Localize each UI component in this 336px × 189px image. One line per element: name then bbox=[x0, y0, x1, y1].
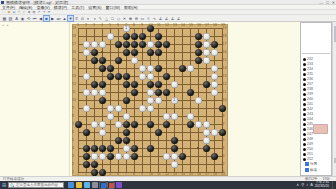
toolbar-button-7-icon[interactable]: ↶ bbox=[37, 10, 41, 14]
white-stone-7-12[interactable] bbox=[123, 113, 130, 120]
coord-left-17: 17 bbox=[72, 43, 76, 47]
black-stone-2-17[interactable] bbox=[83, 153, 90, 160]
move-tree-list: 2322332342352362372382392402412422432442… bbox=[303, 57, 331, 162]
black-stone-5-6[interactable] bbox=[107, 65, 114, 72]
black-stone-node-icon bbox=[303, 58, 306, 61]
white-stone-17-14[interactable] bbox=[203, 129, 210, 136]
black-stone-6-15[interactable] bbox=[115, 137, 122, 144]
coord-right-11: 11 bbox=[223, 91, 227, 95]
black-stone-10-8[interactable] bbox=[147, 81, 154, 88]
white-stone-17-13[interactable] bbox=[203, 121, 210, 128]
nav-button-27-icon[interactable]: ∠ bbox=[164, 16, 169, 21]
game-info-box bbox=[302, 24, 330, 54]
black-stone-node-icon bbox=[303, 73, 306, 76]
black-stone-1-13[interactable] bbox=[75, 121, 82, 128]
black-stone-10-4[interactable] bbox=[147, 49, 154, 56]
black-stone-2-14[interactable] bbox=[83, 129, 90, 136]
coord-right-17: 17 bbox=[223, 43, 227, 47]
coord-top-1: 1 bbox=[77, 24, 79, 28]
black-stone-8-16[interactable] bbox=[131, 145, 138, 152]
white-stone-17-5[interactable] bbox=[203, 57, 210, 64]
white-stone-10-9[interactable] bbox=[147, 89, 154, 96]
black-stone-3-16[interactable] bbox=[91, 145, 98, 152]
white-stone-18-9[interactable] bbox=[211, 89, 218, 96]
black-stone-7-3[interactable] bbox=[123, 41, 130, 48]
white-stone-16-13[interactable] bbox=[195, 121, 202, 128]
coord-right-18: 18 bbox=[223, 35, 227, 39]
white-stone-13-18[interactable] bbox=[171, 161, 178, 168]
black-stone-node-icon bbox=[303, 133, 306, 136]
nav-button-26-icon[interactable]: ∠ bbox=[158, 16, 163, 21]
black-stone-node-icon bbox=[303, 148, 306, 151]
taskbar-clock[interactable]: 下午 2:35 2023/5/20 bbox=[315, 181, 329, 188]
black-stone-2-18[interactable] bbox=[83, 161, 90, 168]
black-stone-6-5[interactable] bbox=[115, 57, 122, 64]
nav-button-2-icon[interactable]: A bbox=[14, 16, 19, 21]
go-application-window: 围棋棋谱管理 - [棋谱1.sgf - 对局谱] — □ ✕ 文件(F)编辑(E… bbox=[0, 0, 336, 189]
toolbar-button-9-icon[interactable]: ⟳ bbox=[47, 10, 51, 14]
taskbar-app-icon-3[interactable] bbox=[92, 182, 98, 188]
black-stone-3-5[interactable] bbox=[91, 57, 98, 64]
black-stone-17-8[interactable] bbox=[203, 81, 210, 88]
coord-left-4: 4 bbox=[72, 147, 74, 151]
white-stone-9-6[interactable] bbox=[139, 65, 146, 72]
black-stone-node-icon bbox=[303, 68, 306, 71]
menu-item-6[interactable]: 窗口(W) bbox=[106, 5, 120, 10]
coord-top-13: 13 bbox=[173, 24, 177, 28]
white-stone-11-10[interactable] bbox=[155, 97, 162, 104]
black-stone-8-8[interactable] bbox=[131, 81, 138, 88]
white-stone-4-17[interactable] bbox=[99, 153, 106, 160]
menu-item-2[interactable]: 查看(V) bbox=[36, 5, 49, 10]
white-stone-12-17[interactable] bbox=[163, 153, 170, 160]
black-stone-3-4[interactable] bbox=[91, 49, 98, 56]
black-stone-node-icon bbox=[303, 108, 306, 111]
white-stone-10-11[interactable] bbox=[147, 105, 154, 112]
white-stone-10-6[interactable] bbox=[147, 65, 154, 72]
left-info-panel: ◂ ▸ bbox=[0, 22, 70, 176]
white-stone-3-9[interactable] bbox=[91, 89, 98, 96]
nav-button-1-icon[interactable]: ▧ bbox=[8, 16, 13, 21]
nav-button-9-icon[interactable]: ⏭ bbox=[56, 16, 61, 21]
black-stone-8-4[interactable] bbox=[131, 49, 138, 56]
black-stone-node-icon bbox=[303, 113, 306, 116]
black-stone-15-9[interactable] bbox=[187, 89, 194, 96]
coord-right-7: 7 bbox=[223, 123, 225, 127]
coord-left-1: 1 bbox=[72, 171, 74, 175]
nav-button-20-icon[interactable]: ✕ bbox=[122, 16, 127, 21]
coord-top-5: 5 bbox=[109, 24, 111, 28]
black-stone-4-16[interactable] bbox=[99, 145, 106, 152]
taskbar-app-icon-6[interactable] bbox=[116, 182, 122, 188]
black-stone-4-5[interactable] bbox=[99, 57, 106, 64]
white-stone-16-10[interactable] bbox=[195, 97, 202, 104]
app-icon bbox=[1, 1, 4, 4]
coord-left-8: 8 bbox=[72, 115, 74, 119]
coord-left-12: 12 bbox=[72, 83, 76, 87]
black-stone-13-16[interactable] bbox=[171, 145, 178, 152]
black-stone-4-10[interactable] bbox=[99, 97, 106, 104]
menu-item-3[interactable]: 棋谱(P) bbox=[54, 5, 67, 10]
white-stone-13-8[interactable] bbox=[171, 81, 178, 88]
coord-right-5: 5 bbox=[223, 139, 225, 143]
nav-button-29-icon[interactable]: ∠ bbox=[176, 16, 181, 21]
black-stone-18-3[interactable] bbox=[211, 41, 218, 48]
coord-right-9: 9 bbox=[223, 107, 225, 111]
black-stone-8-13[interactable] bbox=[131, 121, 138, 128]
coord-left-5: 5 bbox=[72, 139, 74, 143]
coord-left-14: 14 bbox=[72, 67, 76, 71]
star-point bbox=[197, 147, 199, 149]
coord-right-2: 2 bbox=[223, 163, 225, 167]
white-stone-3-3[interactable] bbox=[91, 41, 98, 48]
coord-top-18: 18 bbox=[213, 24, 217, 28]
coord-left-11: 11 bbox=[72, 91, 76, 95]
black-stone-7-10[interactable] bbox=[123, 97, 130, 104]
taskbar-app-icons bbox=[67, 182, 123, 188]
white-stone-15-6[interactable] bbox=[187, 65, 194, 72]
white-stone-18-4[interactable] bbox=[211, 49, 218, 56]
black-stone-7-8[interactable] bbox=[123, 81, 130, 88]
nav-button-28-icon[interactable]: ∠ bbox=[170, 16, 175, 21]
black-stone-11-9[interactable] bbox=[155, 89, 162, 96]
white-stone-4-13[interactable] bbox=[99, 121, 106, 128]
toolbar-button-5-icon[interactable]: ⧉ bbox=[27, 10, 31, 14]
coord-left-15: 15 bbox=[72, 59, 76, 63]
black-stone-node-icon bbox=[303, 83, 306, 86]
white-stone-18-14[interactable] bbox=[211, 129, 218, 136]
nav-button-23-icon[interactable]: ▭ bbox=[140, 16, 145, 21]
coord-top-4: 4 bbox=[101, 24, 103, 28]
go-board[interactable]: 11 1122334455667788991010111112121313141… bbox=[72, 24, 228, 176]
black-stone-16-2[interactable] bbox=[195, 33, 202, 40]
nav-button-4-icon[interactable]: ⟲ bbox=[26, 16, 31, 21]
black-stone-8-2[interactable] bbox=[131, 33, 138, 40]
coord-top-14: 14 bbox=[181, 24, 185, 28]
coord-right-10: 10 bbox=[223, 99, 227, 103]
white-stone-5-12[interactable] bbox=[107, 113, 114, 120]
black-stone-17-16[interactable] bbox=[203, 145, 210, 152]
black-stone-4-8[interactable] bbox=[99, 81, 106, 88]
panel-expand-icon[interactable]: ▸ bbox=[7, 23, 9, 27]
black-stone-node-icon bbox=[303, 143, 306, 146]
white-stone-15-12[interactable] bbox=[187, 113, 194, 120]
menu-item-7[interactable]: 帮助(H) bbox=[124, 5, 138, 10]
black-stone-11-4[interactable] bbox=[155, 49, 162, 56]
nav-button-5-icon[interactable]: ⏮ bbox=[32, 16, 37, 21]
black-stone-6-7[interactable] bbox=[115, 73, 122, 80]
coord-right-3: 3 bbox=[223, 155, 225, 159]
black-stone-16-4[interactable] bbox=[195, 49, 202, 56]
white-stone-5-11[interactable] bbox=[107, 105, 114, 112]
black-stone-11-8[interactable] bbox=[155, 81, 162, 88]
coord-right-8: 8 bbox=[223, 115, 225, 119]
nav-button-15-icon[interactable]: ◑ bbox=[92, 16, 97, 21]
black-stone-7-13[interactable] bbox=[123, 121, 130, 128]
white-stone-6-11[interactable] bbox=[115, 105, 122, 112]
main-area: ◂ ▸ 11 112233445566778899101011111212131… bbox=[0, 22, 336, 176]
white-stone-18-7[interactable] bbox=[211, 73, 218, 80]
white-stone-4-14[interactable] bbox=[99, 129, 106, 136]
black-stone-2-16[interactable] bbox=[83, 145, 90, 152]
white-stone-5-2[interactable] bbox=[107, 33, 114, 40]
toolbar-button-1-icon[interactable]: ▣ bbox=[7, 10, 11, 14]
white-stone-9-11[interactable] bbox=[139, 105, 146, 112]
coord-top-2: 2 bbox=[85, 24, 87, 28]
coord-top-17: 17 bbox=[205, 24, 209, 28]
black-stone-node-icon bbox=[303, 153, 306, 156]
coord-right-16: 16 bbox=[223, 51, 227, 55]
black-stone-9-2[interactable] bbox=[139, 33, 146, 40]
black-stone-4-6[interactable] bbox=[99, 65, 106, 72]
white-stone-18-6[interactable] bbox=[211, 65, 218, 72]
tray-icon-0[interactable]: ∧ bbox=[296, 181, 299, 189]
clock-date: 2023/5/20 bbox=[315, 185, 329, 189]
black-stone-12-3[interactable] bbox=[163, 41, 170, 48]
black-stone-node-icon bbox=[303, 118, 306, 121]
tree-footer-label: 棋谱 bbox=[310, 168, 317, 172]
white-stone-2-4[interactable] bbox=[83, 49, 90, 56]
black-stone-11-2[interactable] bbox=[155, 33, 162, 40]
white-stone-13-10[interactable]: 1 bbox=[171, 97, 178, 104]
coord-right-19: 19 bbox=[223, 27, 227, 31]
white-stone-2-11[interactable] bbox=[83, 105, 90, 112]
system-tray: ∧⚲♪A 下午 2:35 2023/5/20 bbox=[296, 181, 334, 189]
coord-right-6: 6 bbox=[223, 131, 225, 135]
coord-left-6: 6 bbox=[72, 131, 74, 135]
black-stone-7-15[interactable] bbox=[123, 137, 130, 144]
white-stone-17-2[interactable] bbox=[203, 33, 210, 40]
tree-scrollbar[interactable] bbox=[332, 22, 336, 176]
nav-button-17-icon[interactable]: △ bbox=[104, 16, 109, 21]
coord-top-9: 9 bbox=[141, 24, 143, 28]
white-stone-17-3[interactable] bbox=[203, 41, 210, 48]
coord-top-16: 16 bbox=[197, 24, 201, 28]
tree-footer: 对局棋谱 bbox=[305, 161, 333, 173]
nav-button-6-icon[interactable]: ◀ bbox=[38, 16, 43, 21]
black-stone-10-16[interactable] bbox=[147, 145, 154, 152]
nav-button-24-icon[interactable]: ≡ bbox=[146, 16, 151, 21]
black-stone-5-16[interactable] bbox=[107, 145, 114, 152]
menu-item-4[interactable]: 工具(T) bbox=[71, 5, 84, 10]
black-stone-18-17[interactable] bbox=[211, 153, 218, 160]
black-stone-7-4[interactable] bbox=[123, 49, 130, 56]
star-point bbox=[101, 51, 103, 53]
black-stone-node-icon bbox=[303, 123, 306, 126]
coord-top-12: 12 bbox=[165, 24, 169, 28]
blue-node-icon bbox=[305, 168, 309, 172]
tray-icon-2[interactable]: ♪ bbox=[306, 181, 308, 189]
coord-top-3: 3 bbox=[93, 24, 95, 28]
nav-button-13-icon[interactable]: ⊙ bbox=[80, 16, 85, 21]
coord-left-18: 18 bbox=[72, 35, 76, 39]
search-icon: 🔍 bbox=[10, 183, 15, 188]
tray-icon-1[interactable]: ⚲ bbox=[301, 181, 304, 189]
game-tree-panel: 2322332342352362372382392402412422432442… bbox=[300, 22, 332, 176]
black-stone-node-icon bbox=[303, 103, 306, 106]
coord-top-15: 15 bbox=[189, 24, 193, 28]
start-button[interactable]: ⊞ bbox=[0, 181, 8, 189]
black-stone-7-2[interactable] bbox=[123, 33, 130, 40]
board-grid[interactable]: 11 bbox=[78, 28, 223, 173]
black-stone-13-15[interactable] bbox=[171, 137, 178, 144]
toolbar-button-4-icon[interactable]: ✂ bbox=[22, 10, 26, 14]
nav-button-14-icon[interactable]: ◐ bbox=[86, 16, 91, 21]
white-stone-7-16[interactable] bbox=[123, 145, 130, 152]
taskbar-app-icon-5[interactable] bbox=[108, 182, 114, 188]
windows-taskbar: ⊞ 🔍 在这里输入你要搜索的内容 ∧⚲♪A 下午 2:35 2023/5/20 bbox=[0, 181, 336, 189]
black-stone-5-7[interactable] bbox=[107, 73, 114, 80]
coord-right-12: 12 bbox=[223, 83, 227, 87]
taskbar-search-box[interactable]: 🔍 在这里输入你要搜索的内容 bbox=[8, 182, 64, 188]
black-stone-5-17[interactable] bbox=[107, 153, 114, 160]
nav-button-10-icon[interactable]: ▲ bbox=[62, 16, 67, 21]
white-stone-4-3[interactable] bbox=[99, 41, 106, 48]
white-stone-3-13[interactable] bbox=[91, 121, 98, 128]
black-stone-11-14[interactable] bbox=[155, 129, 162, 136]
nav-button-25-icon[interactable]: ∿ bbox=[152, 16, 157, 21]
black-stone-10-13[interactable] bbox=[147, 121, 154, 128]
toolbar-button-0-icon[interactable]: □ bbox=[2, 10, 6, 14]
coord-top-8: 8 bbox=[133, 24, 135, 28]
white-stone-13-17[interactable] bbox=[171, 153, 178, 160]
black-stone-8-17[interactable] bbox=[131, 153, 138, 160]
nav-button-0-icon[interactable]: ▦ bbox=[2, 16, 7, 21]
coord-left-10: 10 bbox=[72, 99, 76, 103]
nav-button-18-icon[interactable]: □ bbox=[110, 16, 115, 21]
coord-left-16: 16 bbox=[72, 51, 76, 55]
black-stone-12-7[interactable] bbox=[163, 73, 170, 80]
toolbar-button-2-icon[interactable]: ▤ bbox=[12, 10, 16, 14]
white-stone-9-7[interactable] bbox=[139, 73, 146, 80]
nav-button-16-icon[interactable]: ✎ bbox=[98, 16, 103, 21]
coord-left-2: 2 bbox=[72, 163, 74, 167]
nav-button-8-icon[interactable]: ▶ bbox=[50, 16, 55, 21]
nav-button-21-icon[interactable]: ⊕ bbox=[128, 16, 133, 21]
black-stone-3-18[interactable] bbox=[91, 161, 98, 168]
white-stone-7-17[interactable] bbox=[123, 153, 130, 160]
coord-top-10: 10 bbox=[149, 24, 153, 28]
black-stone-11-3[interactable] bbox=[155, 41, 162, 48]
white-stone-12-12[interactable] bbox=[163, 113, 170, 120]
black-stone-8-3[interactable] bbox=[131, 41, 138, 48]
white-stone-6-17[interactable] bbox=[115, 153, 122, 160]
white-stone-8-5[interactable] bbox=[131, 57, 138, 64]
white-stone-2-3[interactable] bbox=[83, 41, 90, 48]
taskbar-app-icon-4[interactable] bbox=[100, 182, 106, 188]
coord-right-14: 14 bbox=[223, 67, 227, 71]
nav-button-22-icon[interactable]: ⊖ bbox=[134, 16, 139, 21]
tree-footer-item-1[interactable]: 棋谱 bbox=[305, 167, 333, 173]
black-stone-node-icon bbox=[303, 63, 306, 66]
black-stone-node-icon bbox=[303, 93, 306, 96]
black-stone-6-3[interactable] bbox=[115, 41, 122, 48]
nav-button-12-icon[interactable]: ① bbox=[74, 16, 79, 21]
black-stone-node-icon bbox=[303, 98, 306, 101]
search-placeholder: 在这里输入你要搜索的内容 bbox=[16, 183, 58, 187]
taskbar-app-icon-2[interactable] bbox=[84, 182, 90, 188]
show-desktop-button[interactable] bbox=[332, 181, 334, 189]
coord-right-1: 1 bbox=[223, 171, 225, 175]
toolbar-button-3-icon[interactable]: ⎙ bbox=[17, 10, 21, 14]
nav-button-19-icon[interactable]: ◇ bbox=[116, 16, 121, 21]
black-stone-16-5[interactable] bbox=[195, 57, 202, 64]
coord-left-13: 13 bbox=[72, 75, 76, 79]
toolbar-navigation: ▦▧A◉⟲⏮◀■▶⏭▲▼①⊙◐◑✎△□◇✕⊕⊖▭≡∿∠∠∠∠ bbox=[0, 15, 336, 22]
black-stone-8-9[interactable] bbox=[131, 89, 138, 96]
white-stone-17-4[interactable] bbox=[203, 49, 210, 56]
black-stone-14-6[interactable] bbox=[179, 65, 186, 72]
black-stone-12-9[interactable] bbox=[163, 89, 170, 96]
coord-top-7: 7 bbox=[125, 24, 127, 28]
black-stone-node-icon bbox=[303, 138, 306, 141]
black-stone-7-7[interactable] bbox=[123, 73, 130, 80]
blue-node-icon bbox=[305, 162, 309, 166]
black-stone-16-3[interactable] bbox=[195, 41, 202, 48]
toolbar-button-8-icon[interactable]: ↷ bbox=[42, 10, 46, 14]
black-stone-node-icon bbox=[303, 128, 306, 131]
white-stone-18-8[interactable] bbox=[211, 81, 218, 88]
coord-right-4: 4 bbox=[223, 147, 225, 151]
coord-left-19: 19 bbox=[72, 27, 76, 31]
menu-item-0[interactable]: 文件(F) bbox=[2, 5, 15, 10]
move-number-label: 1 bbox=[171, 97, 178, 103]
white-stone-10-10[interactable] bbox=[147, 97, 154, 104]
white-stone-2-7[interactable] bbox=[83, 73, 90, 80]
coord-left-7: 7 bbox=[72, 123, 74, 127]
black-stone-node-icon bbox=[303, 88, 306, 91]
black-stone-3-8[interactable] bbox=[91, 81, 98, 88]
toolbar-button-6-icon[interactable]: ▥ bbox=[32, 10, 36, 14]
tree-thumbnail bbox=[313, 124, 328, 134]
black-stone-7-14[interactable] bbox=[123, 129, 130, 136]
black-stone-11-6[interactable] bbox=[155, 65, 162, 72]
coord-right-15: 15 bbox=[223, 59, 227, 63]
nav-button-3-icon[interactable]: ◉ bbox=[20, 16, 25, 21]
white-stone-3-17[interactable] bbox=[91, 153, 98, 160]
taskbar-app-icon-0[interactable] bbox=[68, 182, 74, 188]
nav-button-7-icon[interactable]: ■ bbox=[44, 16, 49, 21]
black-stone-14-17[interactable] bbox=[179, 153, 186, 160]
white-stone-6-13[interactable] bbox=[115, 121, 122, 128]
coord-top-6: 6 bbox=[117, 24, 119, 28]
black-stone-12-13[interactable] bbox=[163, 121, 170, 128]
tray-icons: ∧⚲♪A bbox=[296, 181, 313, 189]
white-stone-10-3[interactable] bbox=[147, 41, 154, 48]
coord-left-3: 3 bbox=[72, 155, 74, 159]
menu-item-5[interactable]: 设置(S) bbox=[88, 5, 101, 10]
black-stone-9-3[interactable] bbox=[139, 41, 146, 48]
white-stone-13-12[interactable] bbox=[171, 113, 178, 120]
taskbar-app-icon-1[interactable] bbox=[76, 182, 82, 188]
white-stone-4-9[interactable] bbox=[99, 89, 106, 96]
tray-icon-3[interactable]: A bbox=[310, 181, 313, 189]
white-stone-2-9[interactable] bbox=[83, 89, 90, 96]
black-stone-15-13[interactable] bbox=[187, 121, 194, 128]
coord-right-13: 13 bbox=[223, 75, 227, 79]
black-stone-node-icon bbox=[303, 78, 306, 81]
coord-top-11: 11 bbox=[157, 24, 161, 28]
nav-button-11-icon[interactable]: ▼ bbox=[68, 16, 73, 21]
white-stone-17-15[interactable] bbox=[203, 137, 210, 144]
panel-collapse-icon[interactable]: ◂ bbox=[2, 23, 4, 27]
tree-footer-label: 对局 bbox=[310, 162, 317, 166]
white-stone-10-7[interactable] bbox=[147, 73, 154, 80]
menu-item-1[interactable]: 编辑(E) bbox=[19, 5, 32, 10]
coord-left-9: 9 bbox=[72, 107, 74, 111]
